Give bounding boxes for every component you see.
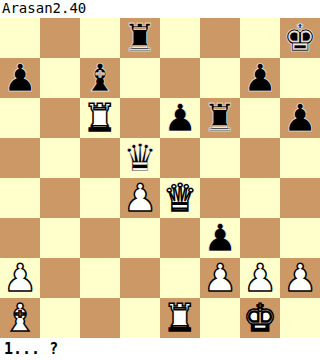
square-c1[interactable] bbox=[80, 298, 120, 338]
square-e8[interactable] bbox=[160, 18, 200, 58]
square-f4[interactable] bbox=[200, 178, 240, 218]
square-d1[interactable] bbox=[120, 298, 160, 338]
square-d4[interactable]: ♟ bbox=[120, 178, 160, 218]
white-queen: ♛ bbox=[163, 178, 197, 218]
square-g8[interactable] bbox=[240, 18, 280, 58]
square-h8[interactable]: ♚ bbox=[280, 18, 320, 58]
square-f7[interactable] bbox=[200, 58, 240, 98]
square-d2[interactable] bbox=[120, 258, 160, 298]
square-c5[interactable] bbox=[80, 138, 120, 178]
black-king: ♚ bbox=[283, 18, 317, 58]
square-e7[interactable] bbox=[160, 58, 200, 98]
square-e1[interactable]: ♜ bbox=[160, 298, 200, 338]
square-g4[interactable] bbox=[240, 178, 280, 218]
square-g3[interactable] bbox=[240, 218, 280, 258]
square-h7[interactable] bbox=[280, 58, 320, 98]
square-d3[interactable] bbox=[120, 218, 160, 258]
white-pawn: ♟ bbox=[123, 178, 157, 218]
square-g2[interactable]: ♟ bbox=[240, 258, 280, 298]
square-c3[interactable] bbox=[80, 218, 120, 258]
black-rook: ♜ bbox=[203, 98, 237, 138]
white-pawn: ♟ bbox=[203, 258, 237, 298]
square-f6[interactable]: ♜ bbox=[200, 98, 240, 138]
white-pawn: ♟ bbox=[283, 258, 317, 298]
square-b1[interactable] bbox=[40, 298, 80, 338]
square-a2[interactable]: ♟ bbox=[0, 258, 40, 298]
square-e2[interactable] bbox=[160, 258, 200, 298]
white-rook: ♜ bbox=[163, 298, 197, 338]
square-a5[interactable] bbox=[0, 138, 40, 178]
black-pawn: ♟ bbox=[3, 58, 37, 98]
square-g1[interactable]: ♚ bbox=[240, 298, 280, 338]
move-prompt: 1... ? bbox=[0, 338, 320, 360]
square-e4[interactable]: ♛ bbox=[160, 178, 200, 218]
white-king: ♚ bbox=[243, 298, 277, 338]
black-pawn: ♟ bbox=[163, 98, 197, 138]
square-b2[interactable] bbox=[40, 258, 80, 298]
black-pawn: ♟ bbox=[203, 218, 237, 258]
square-a6[interactable] bbox=[0, 98, 40, 138]
white-rook: ♜ bbox=[83, 98, 117, 138]
square-f3[interactable]: ♟ bbox=[200, 218, 240, 258]
square-f1[interactable] bbox=[200, 298, 240, 338]
square-b3[interactable] bbox=[40, 218, 80, 258]
square-a4[interactable] bbox=[0, 178, 40, 218]
square-e5[interactable] bbox=[160, 138, 200, 178]
chess-board: ♜♚♟♝♟♜♟♜♟♛♟♛♟♟♟♟♟♝♜♚ bbox=[0, 18, 320, 338]
square-a1[interactable]: ♝ bbox=[0, 298, 40, 338]
square-h6[interactable]: ♟ bbox=[280, 98, 320, 138]
square-g5[interactable] bbox=[240, 138, 280, 178]
square-b4[interactable] bbox=[40, 178, 80, 218]
square-d6[interactable] bbox=[120, 98, 160, 138]
square-g7[interactable]: ♟ bbox=[240, 58, 280, 98]
square-d7[interactable] bbox=[120, 58, 160, 98]
square-e3[interactable] bbox=[160, 218, 200, 258]
square-h4[interactable] bbox=[280, 178, 320, 218]
square-a3[interactable] bbox=[0, 218, 40, 258]
square-b8[interactable] bbox=[40, 18, 80, 58]
black-rook: ♜ bbox=[123, 18, 157, 58]
square-f5[interactable] bbox=[200, 138, 240, 178]
square-c8[interactable] bbox=[80, 18, 120, 58]
square-h2[interactable]: ♟ bbox=[280, 258, 320, 298]
square-e6[interactable]: ♟ bbox=[160, 98, 200, 138]
square-h3[interactable] bbox=[280, 218, 320, 258]
square-f8[interactable] bbox=[200, 18, 240, 58]
square-c4[interactable] bbox=[80, 178, 120, 218]
black-bishop: ♝ bbox=[83, 58, 117, 98]
square-h1[interactable] bbox=[280, 298, 320, 338]
white-pawn: ♟ bbox=[243, 258, 277, 298]
square-b6[interactable] bbox=[40, 98, 80, 138]
square-b5[interactable] bbox=[40, 138, 80, 178]
square-a8[interactable] bbox=[0, 18, 40, 58]
square-d8[interactable]: ♜ bbox=[120, 18, 160, 58]
square-a7[interactable]: ♟ bbox=[0, 58, 40, 98]
square-h5[interactable] bbox=[280, 138, 320, 178]
window-title: Arasan2.40 bbox=[0, 0, 320, 18]
square-c2[interactable] bbox=[80, 258, 120, 298]
square-b7[interactable] bbox=[40, 58, 80, 98]
square-g6[interactable] bbox=[240, 98, 280, 138]
black-pawn: ♟ bbox=[243, 58, 277, 98]
square-c7[interactable]: ♝ bbox=[80, 58, 120, 98]
white-pawn: ♟ bbox=[3, 258, 37, 298]
white-bishop: ♝ bbox=[3, 298, 37, 338]
square-d5[interactable]: ♛ bbox=[120, 138, 160, 178]
black-queen: ♛ bbox=[123, 138, 157, 178]
square-f2[interactable]: ♟ bbox=[200, 258, 240, 298]
black-pawn: ♟ bbox=[283, 98, 317, 138]
square-c6[interactable]: ♜ bbox=[80, 98, 120, 138]
